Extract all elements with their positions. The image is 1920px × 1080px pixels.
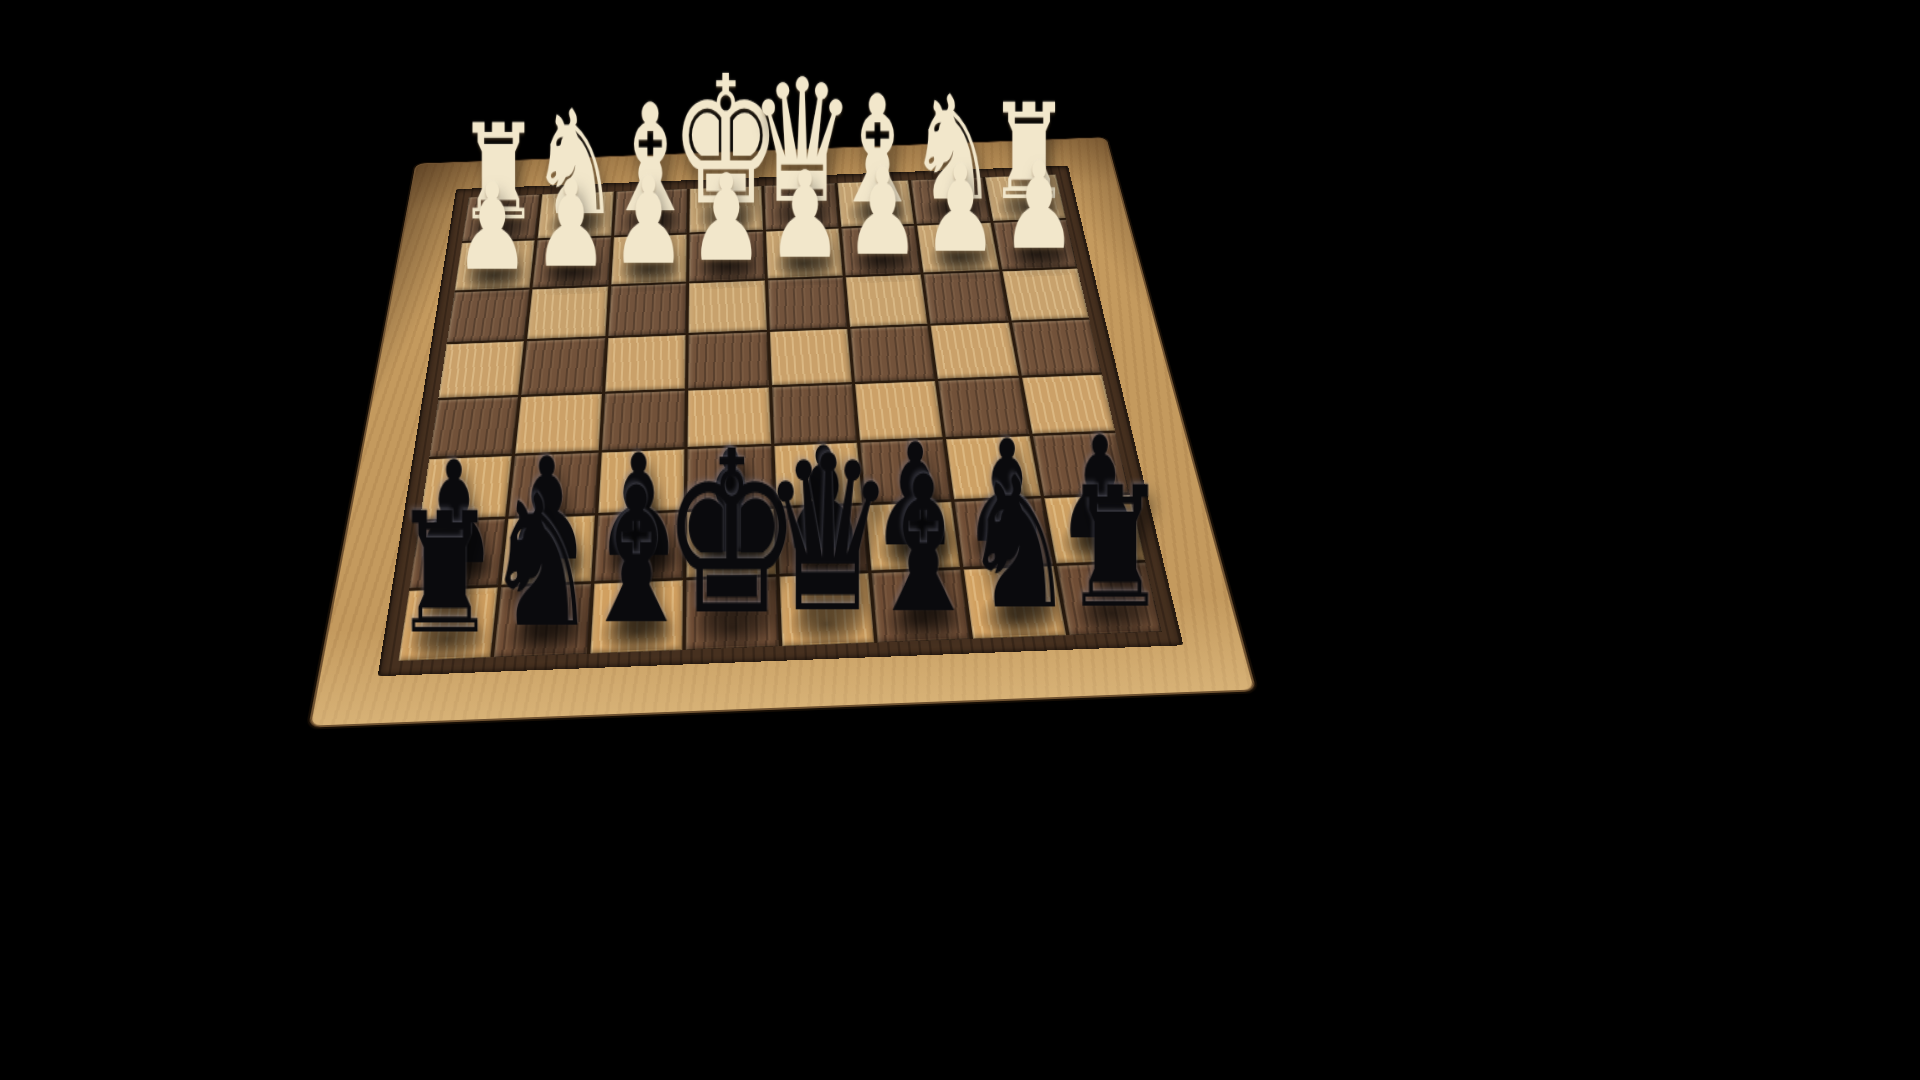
piece-black-rook-h8[interactable]: ♜ — [393, 490, 497, 657]
square-c4[interactable] — [850, 326, 935, 382]
square-h3[interactable] — [447, 289, 530, 342]
board-inner-border: ♜♞♝♚♛♝♞♜♟♟♟♟♟♟♟♟♟♟♟♟♟♟♟♟♜♞♝♚♛♝♞♜ — [378, 166, 1184, 677]
square-d4[interactable] — [769, 329, 851, 385]
square-c8[interactable]: ♝ — [871, 569, 969, 642]
piece-white-pawn-a2[interactable]: ♟ — [1002, 147, 1077, 267]
piece-white-pawn-b2[interactable]: ♟ — [924, 150, 999, 270]
square-b4[interactable] — [931, 323, 1018, 379]
square-a3[interactable] — [1002, 268, 1089, 320]
piece-white-pawn-g2[interactable]: ♟ — [533, 165, 608, 285]
scene-background: ♜♞♝♚♛♝♞♜♟♟♟♟♟♟♟♟♟♟♟♟♟♟♟♟♜♞♝♚♛♝♞♜ — [0, 0, 1920, 1080]
square-e4[interactable] — [688, 332, 768, 388]
piece-white-pawn-c2[interactable]: ♟ — [845, 153, 920, 273]
square-f4[interactable] — [605, 335, 686, 391]
square-c2[interactable]: ♟ — [841, 226, 920, 276]
square-f2[interactable]: ♟ — [611, 235, 687, 285]
square-g3[interactable] — [527, 286, 608, 339]
square-h2[interactable]: ♟ — [455, 240, 535, 290]
square-a8[interactable]: ♜ — [1056, 562, 1161, 635]
piece-white-pawn-d2[interactable]: ♟ — [767, 156, 842, 276]
square-h4[interactable] — [438, 341, 524, 397]
square-d3[interactable] — [767, 277, 847, 330]
square-b2[interactable]: ♟ — [917, 223, 999, 272]
chess-board: ♜♞♝♚♛♝♞♜♟♟♟♟♟♟♟♟♟♟♟♟♟♟♟♟♜♞♝♚♛♝♞♜ — [398, 175, 1161, 661]
piece-black-rook-a8[interactable]: ♜ — [1063, 464, 1167, 631]
square-g2[interactable]: ♟ — [533, 238, 611, 288]
piece-black-knight-b8[interactable]: ♞ — [962, 453, 1076, 635]
square-e2[interactable]: ♟ — [689, 232, 764, 282]
chess-board-frame: ♜♞♝♚♛♝♞♜♟♟♟♟♟♟♟♟♟♟♟♟♟♟♟♟♜♞♝♚♛♝♞♜ — [308, 137, 1257, 728]
square-d8[interactable]: ♛ — [779, 573, 874, 646]
square-b8[interactable]: ♞ — [964, 566, 1066, 639]
square-f3[interactable] — [608, 283, 686, 336]
square-a2[interactable]: ♟ — [993, 220, 1077, 269]
square-d2[interactable]: ♟ — [765, 229, 842, 279]
square-a4[interactable] — [1012, 320, 1102, 376]
piece-white-pawn-e2[interactable]: ♟ — [689, 159, 764, 279]
square-c3[interactable] — [846, 274, 928, 327]
square-e3[interactable] — [689, 280, 767, 333]
square-g8[interactable]: ♞ — [494, 583, 590, 657]
piece-white-pawn-h2[interactable]: ♟ — [455, 168, 530, 288]
square-g4[interactable] — [522, 338, 605, 394]
piece-white-pawn-f2[interactable]: ♟ — [611, 162, 686, 282]
square-b3[interactable] — [924, 271, 1008, 323]
